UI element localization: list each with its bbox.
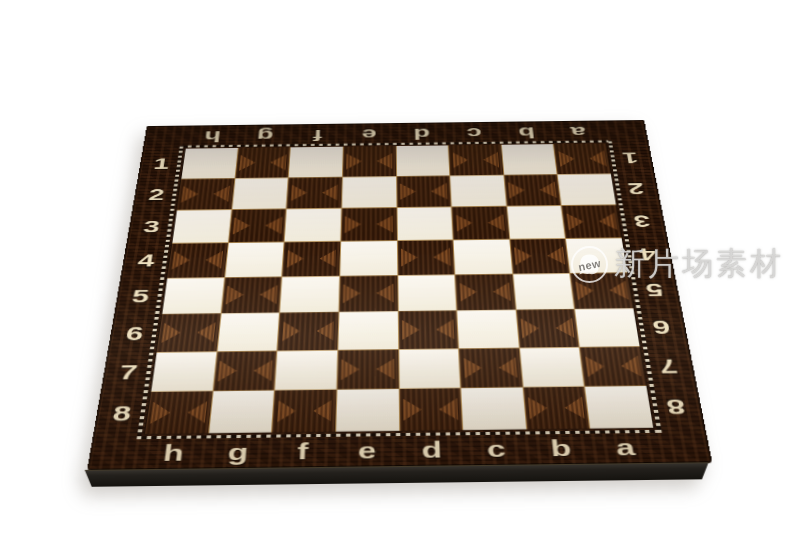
file-label-d-near: d (399, 434, 465, 465)
square-e7 (337, 350, 398, 390)
square-c3 (452, 207, 509, 240)
square-a6 (575, 309, 639, 347)
inlay-motif-left (575, 280, 595, 301)
inlay-motif-left (239, 154, 256, 171)
square-e5 (339, 275, 397, 311)
square-d7 (399, 349, 460, 389)
file-label-c-far: c (447, 123, 501, 144)
square-c1 (449, 145, 503, 175)
inlay-motif-left (402, 319, 420, 341)
inlay-motif-left (286, 249, 304, 269)
inlay-motif-left (218, 360, 238, 383)
square-d4 (397, 240, 454, 275)
inlay-motif-left (225, 285, 244, 306)
rank-label-2-left: 2 (134, 179, 179, 211)
square-f6 (278, 312, 338, 350)
inlay-motif-left (401, 248, 418, 268)
rank-label-6-right: 6 (636, 308, 687, 347)
inlay-motif-left (282, 320, 301, 342)
square-c4 (454, 239, 512, 274)
rank-label-7-right: 7 (643, 346, 695, 386)
inlay-motif-right (264, 216, 282, 235)
square-g8 (209, 391, 274, 433)
rank-label-4-right: 4 (624, 237, 672, 272)
inlay-motif-left (233, 216, 251, 235)
inlay-motif-right (186, 400, 207, 424)
rank-label-3-right: 3 (619, 204, 666, 237)
rank-label-1-left: 1 (139, 148, 183, 179)
inlay-motif-right (377, 152, 393, 169)
square-d2 (397, 176, 451, 208)
square-g7 (213, 351, 277, 391)
inlay-motif-right (319, 249, 336, 269)
inlay-motif-left (459, 282, 477, 303)
file-label-e-far: e (343, 124, 396, 145)
inlay-motif-right (322, 183, 339, 201)
file-label-g-near: g (204, 437, 271, 468)
inlay-motif-right (270, 154, 287, 171)
file-label-d-far: d (395, 124, 448, 145)
square-d5 (398, 275, 456, 311)
inlay-motif-right (492, 281, 511, 302)
inlay-motif-left (456, 214, 474, 233)
square-g3 (229, 209, 286, 242)
inlay-motif-right (316, 320, 334, 342)
square-a7 (580, 347, 646, 387)
inlay-motif-right (259, 284, 278, 305)
inlay-motif-right (377, 215, 394, 234)
inlay-motif-right (253, 359, 273, 382)
square-c2 (450, 175, 506, 207)
file-label-b-near: b (527, 433, 595, 464)
file-label-h-near: h (139, 438, 207, 469)
inlay-motif-right (313, 399, 332, 423)
inlay-motif-left (585, 355, 606, 378)
square-f1 (289, 147, 343, 177)
file-label-a-far: a (551, 122, 606, 143)
inlay-motif-left (463, 357, 482, 380)
square-a2 (558, 174, 616, 206)
square-e8 (336, 389, 399, 431)
rank-label-1-right: 1 (608, 143, 652, 174)
file-label-f-near: f (269, 436, 335, 467)
square-d6 (398, 311, 458, 349)
inlay-motif-left (341, 358, 359, 381)
square-b1 (501, 144, 557, 174)
rank-label-5-right: 5 (630, 272, 679, 309)
inlay-motif-right (431, 182, 448, 200)
square-b3 (507, 206, 565, 239)
inlay-motif-right (554, 317, 574, 339)
inlay-motif-left (400, 183, 416, 201)
inlay-motif-left (452, 152, 469, 169)
inlay-motif-left (558, 150, 576, 167)
file-label-c-near: c (463, 434, 530, 465)
rank-label-8-left: 8 (95, 392, 147, 435)
square-f8 (272, 390, 336, 432)
square-b7 (520, 347, 584, 387)
inlay-motif-right (487, 213, 505, 232)
inlay-motif-right (433, 247, 451, 267)
board-face: hgfedcba hgfedcba 12345678 12345678 (87, 120, 712, 471)
playing-field (144, 143, 655, 434)
square-h1 (181, 148, 237, 178)
photo-background: hgfedcba hgfedcba 12345678 12345678 new … (0, 0, 800, 533)
square-e3 (341, 208, 396, 241)
square-f4 (283, 242, 341, 277)
inlay-motif-right (439, 397, 459, 421)
square-h6 (157, 314, 220, 352)
inlay-motif-left (181, 185, 199, 203)
square-f7 (275, 350, 337, 390)
inlay-motif-left (345, 215, 362, 234)
inlay-motif-right (588, 150, 606, 167)
file-label-e-near: e (334, 435, 399, 466)
inlay-motif-left (566, 212, 585, 231)
square-c5 (455, 274, 515, 310)
inlay-motif-left (150, 401, 172, 425)
inlay-motif-right (539, 181, 557, 199)
square-c8 (461, 388, 526, 430)
inlay-motif-left (343, 283, 361, 304)
square-h5 (162, 277, 224, 313)
square-e1 (343, 146, 396, 176)
rank-label-5-left: 5 (116, 278, 164, 315)
rank-label-7-left: 7 (103, 352, 154, 393)
square-a4 (566, 238, 627, 273)
inlay-motif-right (436, 319, 455, 341)
inlay-motif-right (212, 185, 230, 203)
square-h7 (151, 352, 216, 392)
square-b5 (513, 273, 574, 309)
square-b8 (523, 387, 589, 429)
square-a3 (562, 205, 621, 238)
square-g2 (232, 178, 288, 210)
chess-board: hgfedcba hgfedcba 12345678 12345678 (0, 0, 800, 533)
square-b6 (516, 309, 579, 347)
file-label-a-near: a (591, 432, 660, 463)
file-labels-near: hgfedcba (139, 432, 660, 469)
square-d1 (396, 146, 449, 176)
square-g4 (225, 242, 284, 277)
inlay-motif-left (277, 399, 297, 423)
rank-label-4-left: 4 (122, 243, 169, 278)
inlay-motif-right (196, 321, 216, 343)
inlay-motif-left (403, 398, 422, 422)
file-label-f-far: f (290, 125, 343, 146)
file-label-h-far: h (185, 126, 240, 147)
inlay-motif-right (498, 356, 518, 379)
inlay-motif-left (528, 396, 549, 420)
square-f3 (285, 209, 341, 242)
square-h4 (167, 243, 227, 278)
board-perspective-scene: hgfedcba hgfedcba 12345678 12345678 (117, 0, 678, 533)
inlay-motif-right (204, 250, 223, 270)
inlay-motif-right (598, 212, 617, 231)
inlay-motif-left (161, 322, 182, 344)
inlay-motif-left (508, 181, 526, 199)
inlay-motif-right (376, 358, 394, 381)
square-h3 (172, 210, 231, 243)
square-e4 (340, 241, 397, 276)
inlay-motif-left (291, 184, 308, 202)
rank-label-8-right: 8 (650, 386, 704, 429)
square-e2 (342, 176, 396, 208)
square-c7 (459, 348, 522, 388)
square-g1 (235, 148, 290, 178)
rank-label-2-right: 2 (614, 173, 659, 205)
square-c6 (457, 310, 518, 348)
square-b4 (510, 239, 570, 274)
inlay-motif-right (608, 280, 628, 301)
inlay-motif-left (521, 318, 541, 340)
square-g6 (217, 313, 279, 351)
inlay-motif-right (563, 396, 584, 420)
square-a5 (571, 273, 634, 309)
square-a1 (554, 144, 611, 174)
rank-label-3-left: 3 (128, 210, 174, 244)
square-e6 (338, 312, 397, 350)
inlay-motif-left (514, 246, 533, 266)
inlay-motif-right (482, 151, 499, 168)
file-label-b-far: b (499, 122, 553, 143)
square-a8 (585, 386, 653, 428)
inlay-motif-right (546, 246, 565, 266)
square-f5 (280, 276, 339, 312)
square-d3 (397, 207, 453, 240)
square-g5 (221, 277, 281, 313)
square-h2 (177, 178, 234, 210)
square-b2 (504, 174, 561, 206)
inlay-motif-left (346, 153, 362, 170)
inlay-motif-right (376, 283, 393, 304)
rank-label-6-left: 6 (109, 314, 159, 353)
inlay-motif-right (620, 355, 642, 378)
square-h8 (145, 392, 212, 434)
square-f2 (287, 177, 342, 209)
inlay-motif-left (172, 250, 191, 270)
square-d8 (399, 389, 462, 431)
file-label-g-far: g (238, 125, 292, 146)
